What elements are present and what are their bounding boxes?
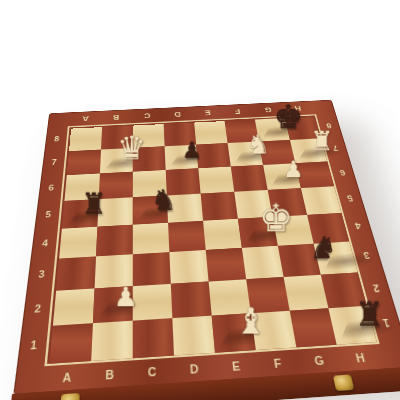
square-e5 [201, 192, 238, 221]
white-queen-icon: ♛ [117, 141, 118, 164]
rank-label-7: 7 [44, 150, 64, 175]
square-c2 [133, 284, 173, 321]
square-d4 [168, 221, 206, 252]
file-label-a: A [70, 112, 102, 126]
square-c3 [133, 252, 171, 286]
brass-clasp-icon [60, 393, 80, 400]
square-c4 [133, 223, 170, 255]
board-grid: ♚♛♟♞♜♟♜♞♚♞♟♝♜ [49, 117, 376, 364]
square-f3 [242, 246, 284, 279]
square-h5 [301, 186, 341, 215]
file-label-h: H [281, 102, 314, 115]
file-label-d: D [162, 108, 193, 121]
square-h3: ♞ [314, 242, 358, 275]
rank-label-1: 1 [21, 326, 46, 366]
brass-clasp-icon [333, 374, 354, 391]
square-a2 [53, 288, 95, 325]
square-e3 [206, 248, 246, 282]
file-label-f: F [222, 105, 254, 118]
square-c1 [133, 318, 174, 358]
square-b7: ♛ [100, 148, 133, 174]
square-a7 [67, 150, 101, 176]
file-label-b: B [101, 111, 132, 125]
rank-label-6: 6 [41, 174, 61, 201]
rank-label-4: 4 [34, 228, 56, 259]
square-d7: ♟ [165, 145, 199, 170]
square-h1: ♜ [328, 306, 376, 345]
black-knight-icon: ♞ [330, 238, 336, 263]
file-label-d: D [173, 356, 217, 382]
file-label-e: E [192, 106, 224, 119]
white-pawn-icon: ♟ [113, 287, 114, 310]
rank-label-8: 8 [47, 128, 66, 151]
square-a8 [69, 127, 102, 151]
photo-scene: ABCDEFGH ABCDEFGH 87654321 87654321 ♚♛♟♞… [0, 0, 400, 400]
file-label-h: H [337, 345, 384, 370]
file-label-a: A [44, 364, 88, 390]
square-e4 [203, 219, 242, 250]
square-d1 [172, 316, 215, 356]
rank-label-5: 5 [37, 200, 58, 229]
square-b4 [96, 225, 133, 257]
square-a5: ♜ [62, 199, 99, 229]
square-a3 [56, 256, 96, 290]
square-a4 [59, 227, 97, 259]
square-d3 [169, 250, 208, 284]
square-e1: ♝ [212, 313, 256, 353]
square-g2 [284, 275, 329, 311]
square-f7: ♞ [228, 141, 264, 166]
file-label-f: F [255, 351, 300, 376]
rank-label-3: 3 [30, 258, 53, 292]
square-a1 [49, 323, 93, 363]
black-rook-icon: ♜ [80, 196, 82, 219]
chess-board: ABCDEFGH ABCDEFGH 87654321 87654321 ♚♛♟♞… [13, 100, 400, 395]
square-b2: ♟ [93, 286, 133, 323]
square-d2 [171, 282, 212, 319]
square-b1 [91, 321, 133, 361]
square-g6: ♟ [263, 163, 301, 190]
rank-label-2: 2 [25, 291, 49, 327]
square-g1 [290, 308, 337, 347]
file-label-g: G [296, 348, 342, 373]
file-label-c: C [131, 359, 174, 385]
square-e6 [198, 167, 234, 194]
square-f4: ♚ [238, 217, 278, 248]
square-c5: ♞ [133, 195, 168, 224]
file-label-g: G [252, 103, 284, 116]
file-label-b: B [88, 362, 131, 388]
file-label-c: C [132, 109, 163, 122]
square-f6 [231, 165, 268, 192]
file-label-e: E [214, 353, 258, 379]
